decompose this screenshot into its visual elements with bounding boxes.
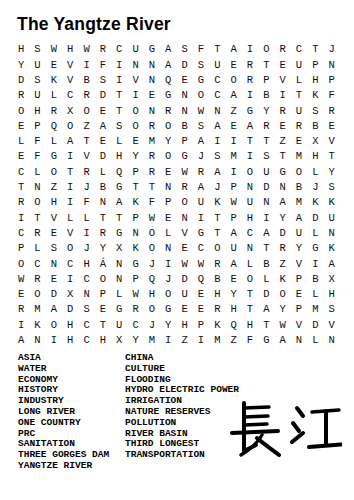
grid-cell-r15c20[interactable]: A [324,256,340,271]
grid-cell-r5c8[interactable]: O [127,103,143,118]
grid-cell-r1c5[interactable]: W [78,42,94,57]
grid-cell-r13c2[interactable]: R [29,226,45,241]
grid-cell-r6c3[interactable]: Q [46,118,62,133]
grid-cell-r7c6[interactable]: E [95,134,111,149]
grid-cell-r19c20[interactable]: V [324,317,340,332]
grid-cell-r2c14[interactable]: E [225,57,241,72]
grid-cell-r11c12[interactable]: U [193,195,209,210]
grid-cell-r13c1[interactable]: C [13,226,29,241]
grid-cell-r9c9[interactable]: R [144,164,160,179]
grid-cell-r3c7[interactable]: I [111,73,127,88]
grid-cell-r16c15[interactable]: O [242,271,258,286]
grid-cell-r7c20[interactable]: V [324,134,340,149]
grid-cell-r6c15[interactable]: A [242,118,258,133]
grid-cell-r5c7[interactable]: T [111,103,127,118]
grid-cell-r7c11[interactable]: P [176,134,192,149]
grid-cell-r2c20[interactable]: N [324,57,340,72]
grid-cell-r5c3[interactable]: R [46,103,62,118]
grid-cell-r4c16[interactable]: B [258,88,274,103]
grid-cell-r18c1[interactable]: R [13,302,29,317]
grid-cell-r17c7[interactable]: L [111,287,127,302]
grid-cell-r17c18[interactable]: E [291,287,307,302]
grid-cell-r11c15[interactable]: U [242,195,258,210]
grid-cell-r19c17[interactable]: W [275,317,291,332]
grid-cell-r16c1[interactable]: W [13,271,29,286]
grid-cell-r14c18[interactable]: Y [291,241,307,256]
grid-cell-r10c16[interactable]: D [258,180,274,195]
grid-cell-r20c5[interactable]: C [78,333,94,348]
grid-cell-r2c13[interactable]: U [209,57,225,72]
grid-cell-r16c2[interactable]: R [29,271,45,286]
grid-cell-r7c19[interactable]: X [307,134,323,149]
grid-cell-r5c9[interactable]: N [144,103,160,118]
grid-cell-r2c10[interactable]: A [160,57,176,72]
grid-cell-r3c12[interactable]: G [193,73,209,88]
grid-cell-r13c6[interactable]: R [95,226,111,241]
grid-cell-r6c11[interactable]: B [176,118,192,133]
grid-cell-r6c16[interactable]: R [258,118,274,133]
grid-cell-r14c3[interactable]: S [46,241,62,256]
grid-cell-r8c12[interactable]: J [193,149,209,164]
grid-cell-r10c6[interactable]: B [95,180,111,195]
grid-cell-r15c18[interactable]: V [291,256,307,271]
grid-cell-r12c17[interactable]: Y [275,210,291,225]
grid-cell-r15c14[interactable]: A [225,256,241,271]
grid-cell-r3c5[interactable]: B [78,73,94,88]
grid-cell-r16c7[interactable]: N [111,271,127,286]
grid-cell-r8c4[interactable]: I [62,149,78,164]
grid-cell-r12c12[interactable]: I [193,210,209,225]
grid-cell-r19c2[interactable]: K [29,317,45,332]
grid-cell-r14c12[interactable]: C [193,241,209,256]
grid-cell-r16c8[interactable]: P [127,271,143,286]
grid-cell-r16c4[interactable]: I [62,271,78,286]
grid-cell-r12c11[interactable]: N [176,210,192,225]
grid-cell-r3c14[interactable]: O [225,73,241,88]
grid-cell-r18c3[interactable]: A [46,302,62,317]
grid-cell-r13c14[interactable]: A [225,226,241,241]
grid-cell-r19c14[interactable]: Q [225,317,241,332]
grid-cell-r13c12[interactable]: G [193,226,209,241]
grid-cell-r5c15[interactable]: G [242,103,258,118]
grid-cell-r16c17[interactable]: K [275,271,291,286]
grid-cell-r18c13[interactable]: R [209,302,225,317]
grid-cell-r8c17[interactable]: T [275,149,291,164]
grid-cell-r10c13[interactable]: J [209,180,225,195]
grid-cell-r18c17[interactable]: Y [275,302,291,317]
grid-cell-r6c18[interactable]: R [291,118,307,133]
grid-cell-r17c8[interactable]: W [127,287,143,302]
grid-cell-r6c8[interactable]: O [127,118,143,133]
grid-cell-r4c18[interactable]: T [291,88,307,103]
grid-cell-r9c13[interactable]: A [209,164,225,179]
grid-cell-r1c18[interactable]: C [291,42,307,57]
grid-cell-r4c6[interactable]: D [95,88,111,103]
grid-cell-r6c6[interactable]: A [95,118,111,133]
grid-cell-r13c11[interactable]: V [176,226,192,241]
grid-cell-r4c19[interactable]: K [307,88,323,103]
grid-cell-r2c4[interactable]: V [62,57,78,72]
grid-cell-r19c13[interactable]: K [209,317,225,332]
grid-cell-r5c16[interactable]: Y [258,103,274,118]
grid-cell-r6c17[interactable]: E [275,118,291,133]
grid-cell-r2c15[interactable]: R [242,57,258,72]
grid-cell-r5c17[interactable]: R [275,103,291,118]
grid-cell-r19c16[interactable]: T [258,317,274,332]
grid-cell-r3c18[interactable]: L [291,73,307,88]
grid-cell-r15c19[interactable]: I [307,256,323,271]
grid-cell-r18c4[interactable]: D [62,302,78,317]
grid-cell-r15c8[interactable]: G [127,256,143,271]
grid-cell-r8c20[interactable]: T [324,149,340,164]
grid-cell-r15c7[interactable]: N [111,256,127,271]
grid-cell-r10c15[interactable]: N [242,180,258,195]
grid-cell-r17c9[interactable]: H [144,287,160,302]
grid-cell-r1c15[interactable]: I [242,42,258,57]
grid-cell-r10c5[interactable]: J [78,180,94,195]
grid-cell-r16c20[interactable]: X [324,271,340,286]
grid-cell-r4c9[interactable]: E [144,88,160,103]
grid-cell-r10c2[interactable]: N [29,180,45,195]
grid-cell-r10c7[interactable]: G [111,180,127,195]
grid-cell-r12c14[interactable]: P [225,210,241,225]
grid-cell-r10c10[interactable]: N [160,180,176,195]
grid-cell-r8c8[interactable]: Y [127,149,143,164]
grid-cell-r11c3[interactable]: H [46,195,62,210]
grid-cell-r14c13[interactable]: O [209,241,225,256]
grid-cell-r1c1[interactable]: H [13,42,29,57]
grid-cell-r9c2[interactable]: L [29,164,45,179]
grid-cell-r3c4[interactable]: V [62,73,78,88]
grid-cell-r2c16[interactable]: T [258,57,274,72]
grid-cell-r15c1[interactable]: O [13,256,29,271]
grid-cell-r9c14[interactable]: I [225,164,241,179]
grid-cell-r2c17[interactable]: E [275,57,291,72]
grid-cell-r16c14[interactable]: E [225,271,241,286]
grid-cell-r13c13[interactable]: T [209,226,225,241]
grid-cell-r20c1[interactable]: A [13,333,29,348]
grid-cell-r4c14[interactable]: A [225,88,241,103]
grid-cell-r20c18[interactable]: N [291,333,307,348]
grid-cell-r16c3[interactable]: E [46,271,62,286]
grid-cell-r19c8[interactable]: C [127,317,143,332]
grid-cell-r9c15[interactable]: O [242,164,258,179]
grid-cell-r17c13[interactable]: H [209,287,225,302]
grid-cell-r11c2[interactable]: O [29,195,45,210]
grid-cell-r8c7[interactable]: H [111,149,127,164]
grid-cell-r9c6[interactable]: L [95,164,111,179]
grid-cell-r7c9[interactable]: M [144,134,160,149]
grid-cell-r17c17[interactable]: O [275,287,291,302]
grid-cell-r10c20[interactable]: S [324,180,340,195]
grid-cell-r8c13[interactable]: S [209,149,225,164]
grid-cell-r4c17[interactable]: I [275,88,291,103]
grid-cell-r8c1[interactable]: E [13,149,29,164]
grid-cell-r3c3[interactable]: K [46,73,62,88]
grid-cell-r18c15[interactable]: T [242,302,258,317]
grid-cell-r19c11[interactable]: H [176,317,192,332]
grid-cell-r16c16[interactable]: L [258,271,274,286]
grid-cell-r15c5[interactable]: H [78,256,94,271]
grid-cell-r5c2[interactable]: H [29,103,45,118]
grid-cell-r9c17[interactable]: G [275,164,291,179]
grid-cell-r1c8[interactable]: U [127,42,143,57]
grid-cell-r14c8[interactable]: K [127,241,143,256]
grid-cell-r2c12[interactable]: S [193,57,209,72]
grid-cell-r7c16[interactable]: T [258,134,274,149]
grid-cell-r11c5[interactable]: F [78,195,94,210]
grid-cell-r4c1[interactable]: R [13,88,29,103]
grid-cell-r16c10[interactable]: J [160,271,176,286]
grid-cell-r10c3[interactable]: Z [46,180,62,195]
grid-cell-r17c20[interactable]: H [324,287,340,302]
grid-cell-r13c4[interactable]: V [62,226,78,241]
grid-cell-r19c12[interactable]: P [193,317,209,332]
grid-cell-r19c7[interactable]: U [111,317,127,332]
grid-cell-r3c13[interactable]: C [209,73,225,88]
grid-cell-r20c7[interactable]: X [111,333,127,348]
grid-cell-r2c6[interactable]: F [95,57,111,72]
grid-cell-r20c17[interactable]: A [275,333,291,348]
grid-cell-r14c14[interactable]: U [225,241,241,256]
grid-cell-r13c7[interactable]: G [111,226,127,241]
grid-cell-r5c1[interactable]: O [13,103,29,118]
grid-cell-r12c8[interactable]: P [127,210,143,225]
grid-cell-r19c5[interactable]: C [78,317,94,332]
grid-cell-r13c18[interactable]: U [291,226,307,241]
grid-cell-r15c3[interactable]: N [46,256,62,271]
grid-cell-r15c2[interactable]: C [29,256,45,271]
grid-cell-r15c4[interactable]: C [62,256,78,271]
grid-cell-r17c14[interactable]: Y [225,287,241,302]
grid-cell-r14c5[interactable]: J [78,241,94,256]
grid-cell-r13c19[interactable]: L [307,226,323,241]
grid-cell-r7c2[interactable]: F [29,134,45,149]
grid-cell-r6c13[interactable]: A [209,118,225,133]
grid-cell-r17c2[interactable]: O [29,287,45,302]
grid-cell-r2c18[interactable]: U [291,57,307,72]
grid-cell-r17c10[interactable]: O [160,287,176,302]
grid-cell-r9c19[interactable]: L [307,164,323,179]
grid-cell-r12c15[interactable]: H [242,210,258,225]
grid-cell-r10c17[interactable]: N [275,180,291,195]
grid-cell-r10c9[interactable]: T [144,180,160,195]
grid-cell-r14c2[interactable]: L [29,241,45,256]
grid-cell-r8c18[interactable]: M [291,149,307,164]
grid-cell-r2c7[interactable]: I [111,57,127,72]
grid-cell-r13c15[interactable]: C [242,226,258,241]
grid-cell-r3c15[interactable]: R [242,73,258,88]
grid-cell-r11c4[interactable]: I [62,195,78,210]
grid-cell-r2c19[interactable]: P [307,57,323,72]
grid-cell-r5c14[interactable]: Z [225,103,241,118]
grid-cell-r11c13[interactable]: K [209,195,225,210]
grid-cell-r7c12[interactable]: A [193,134,209,149]
grid-cell-r5c6[interactable]: E [95,103,111,118]
grid-cell-r12c16[interactable]: I [258,210,274,225]
grid-cell-r3c17[interactable]: V [275,73,291,88]
grid-cell-r20c3[interactable]: I [46,333,62,348]
grid-cell-r3c9[interactable]: N [144,73,160,88]
grid-cell-r8c10[interactable]: O [160,149,176,164]
grid-cell-r14c11[interactable]: E [176,241,192,256]
grid-cell-r16c13[interactable]: B [209,271,225,286]
grid-cell-r17c4[interactable]: X [62,287,78,302]
grid-cell-r18c10[interactable]: G [160,302,176,317]
grid-cell-r16c5[interactable]: C [78,271,94,286]
grid-cell-r5c20[interactable]: R [324,103,340,118]
grid-cell-r20c14[interactable]: Z [225,333,241,348]
grid-cell-r9c16[interactable]: U [258,164,274,179]
grid-cell-r20c8[interactable]: Y [127,333,143,348]
grid-cell-r1c3[interactable]: W [46,42,62,57]
grid-cell-r19c9[interactable]: J [144,317,160,332]
grid-cell-r5c13[interactable]: N [209,103,225,118]
grid-cell-r8c14[interactable]: M [225,149,241,164]
grid-cell-r3c11[interactable]: E [176,73,192,88]
grid-cell-r20c13[interactable]: M [209,333,225,348]
grid-cell-r17c12[interactable]: E [193,287,209,302]
grid-cell-r18c9[interactable]: O [144,302,160,317]
grid-cell-r12c7[interactable]: T [111,210,127,225]
grid-cell-r19c6[interactable]: T [95,317,111,332]
grid-cell-r9c10[interactable]: E [160,164,176,179]
grid-cell-r14c6[interactable]: Y [95,241,111,256]
grid-cell-r14c16[interactable]: T [258,241,274,256]
grid-cell-r6c14[interactable]: E [225,118,241,133]
grid-cell-r8c11[interactable]: G [176,149,192,164]
grid-cell-r18c8[interactable]: R [127,302,143,317]
grid-cell-r18c16[interactable]: A [258,302,274,317]
grid-cell-r1c13[interactable]: T [209,42,225,57]
grid-cell-r6c7[interactable]: S [111,118,127,133]
grid-cell-r20c11[interactable]: Z [176,333,192,348]
grid-cell-r11c14[interactable]: W [225,195,241,210]
grid-cell-r7c15[interactable]: T [242,134,258,149]
grid-cell-r17c16[interactable]: D [258,287,274,302]
grid-cell-r9c1[interactable]: C [13,164,29,179]
grid-cell-r11c18[interactable]: M [291,195,307,210]
grid-cell-r10c1[interactable]: T [13,180,29,195]
grid-cell-r15c13[interactable]: R [209,256,225,271]
grid-cell-r7c13[interactable]: I [209,134,225,149]
grid-cell-r1c7[interactable]: C [111,42,127,57]
grid-cell-r17c6[interactable]: P [95,287,111,302]
grid-cell-r17c5[interactable]: N [78,287,94,302]
grid-cell-r4c5[interactable]: R [78,88,94,103]
grid-cell-r9c3[interactable]: O [46,164,62,179]
grid-cell-r3c10[interactable]: Q [160,73,176,88]
grid-cell-r7c7[interactable]: L [111,134,127,149]
grid-cell-r1c16[interactable]: O [258,42,274,57]
grid-cell-r1c20[interactable]: J [324,42,340,57]
grid-cell-r2c11[interactable]: D [176,57,192,72]
grid-cell-r14c19[interactable]: G [307,241,323,256]
grid-cell-r11c1[interactable]: R [13,195,29,210]
grid-cell-r1c11[interactable]: S [176,42,192,57]
grid-cell-r18c6[interactable]: E [95,302,111,317]
grid-cell-r1c10[interactable]: A [160,42,176,57]
grid-cell-r12c20[interactable]: U [324,210,340,225]
grid-cell-r1c4[interactable]: H [62,42,78,57]
grid-cell-r3c16[interactable]: P [258,73,274,88]
grid-cell-r5c11[interactable]: N [176,103,192,118]
grid-cell-r3c6[interactable]: S [95,73,111,88]
grid-cell-r20c10[interactable]: I [160,333,176,348]
grid-cell-r8c6[interactable]: D [95,149,111,164]
grid-cell-r13c10[interactable]: L [160,226,176,241]
grid-cell-r13c16[interactable]: A [258,226,274,241]
grid-cell-r17c15[interactable]: T [242,287,258,302]
grid-cell-r8c15[interactable]: I [242,149,258,164]
grid-cell-r9c20[interactable]: Y [324,164,340,179]
grid-cell-r11c9[interactable]: F [144,195,160,210]
grid-cell-r17c1[interactable]: E [13,287,29,302]
grid-cell-r12c18[interactable]: A [291,210,307,225]
grid-cell-r11c6[interactable]: N [95,195,111,210]
grid-cell-r18c11[interactable]: E [176,302,192,317]
grid-cell-r6c5[interactable]: Z [78,118,94,133]
grid-cell-r3c1[interactable]: D [13,73,29,88]
grid-cell-r13c3[interactable]: E [46,226,62,241]
grid-cell-r7c17[interactable]: Z [275,134,291,149]
grid-cell-r8c9[interactable]: R [144,149,160,164]
grid-cell-r4c20[interactable]: F [324,88,340,103]
grid-cell-r16c19[interactable]: B [307,271,323,286]
grid-cell-r15c9[interactable]: J [144,256,160,271]
grid-cell-r3c8[interactable]: V [127,73,143,88]
grid-cell-r20c19[interactable]: L [307,333,323,348]
grid-cell-r8c2[interactable]: F [29,149,45,164]
grid-cell-r10c14[interactable]: P [225,180,241,195]
grid-cell-r17c3[interactable]: D [46,287,62,302]
grid-cell-r9c5[interactable]: R [78,164,94,179]
grid-cell-r14c9[interactable]: O [144,241,160,256]
grid-cell-r16c18[interactable]: P [291,271,307,286]
grid-cell-r2c2[interactable]: U [29,57,45,72]
grid-cell-r1c12[interactable]: F [193,42,209,57]
grid-cell-r14c10[interactable]: N [160,241,176,256]
grid-cell-r12c3[interactable]: V [46,210,62,225]
grid-cell-r15c17[interactable]: Z [275,256,291,271]
grid-cell-r13c8[interactable]: N [127,226,143,241]
grid-cell-r12c5[interactable]: L [78,210,94,225]
grid-cell-r14c7[interactable]: X [111,241,127,256]
grid-cell-r19c15[interactable]: H [242,317,258,332]
grid-cell-r11c19[interactable]: K [307,195,323,210]
grid-cell-r7c8[interactable]: E [127,134,143,149]
grid-cell-r18c19[interactable]: M [307,302,323,317]
grid-cell-r20c9[interactable]: M [144,333,160,348]
grid-cell-r14c4[interactable]: O [62,241,78,256]
grid-cell-r4c13[interactable]: C [209,88,225,103]
grid-cell-r10c12[interactable]: A [193,180,209,195]
grid-cell-r1c2[interactable]: S [29,42,45,57]
grid-cell-r17c19[interactable]: L [307,287,323,302]
grid-cell-r2c3[interactable]: E [46,57,62,72]
grid-cell-r7c5[interactable]: T [78,134,94,149]
grid-cell-r7c14[interactable]: I [225,134,241,149]
grid-cell-r4c12[interactable]: O [193,88,209,103]
grid-cell-r11c20[interactable]: K [324,195,340,210]
grid-cell-r1c17[interactable]: R [275,42,291,57]
grid-cell-r4c10[interactable]: G [160,88,176,103]
grid-cell-r14c1[interactable]: P [13,241,29,256]
grid-cell-r16c12[interactable]: Q [193,271,209,286]
grid-cell-r8c5[interactable]: V [78,149,94,164]
grid-cell-r4c3[interactable]: L [46,88,62,103]
grid-cell-r9c7[interactable]: Q [111,164,127,179]
